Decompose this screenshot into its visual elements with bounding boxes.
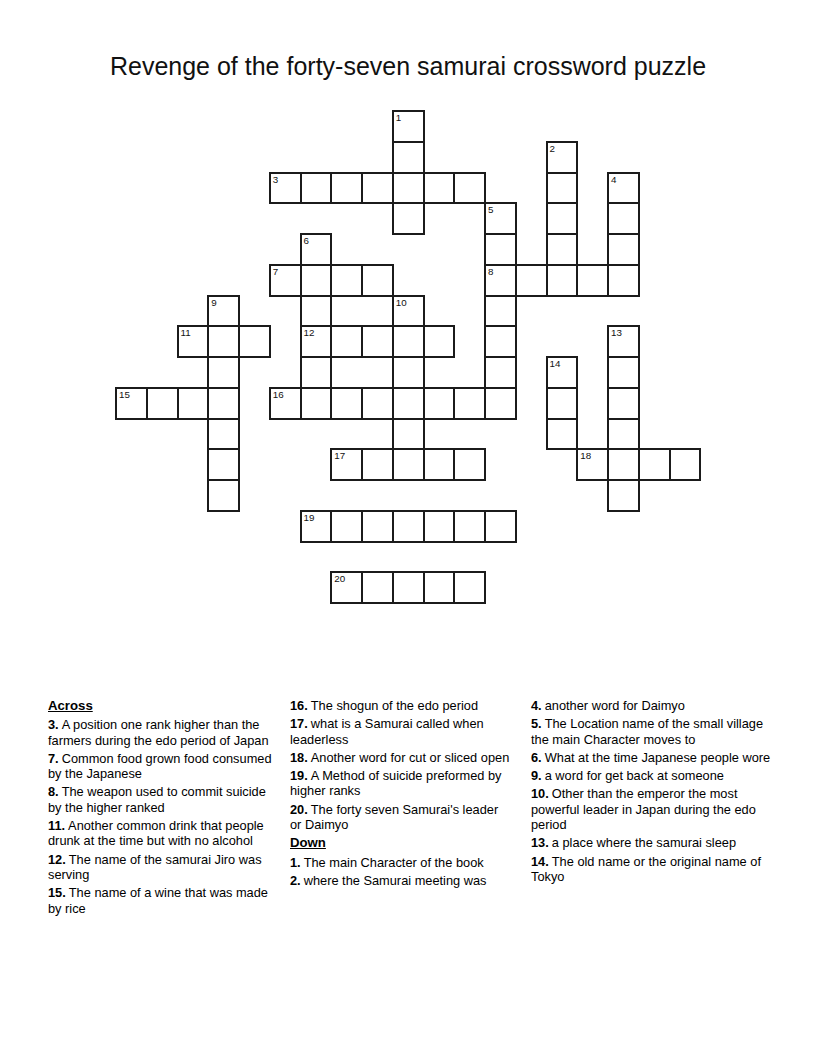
grid-cell-r15c11[interactable]: [453, 571, 486, 604]
cell-number-13: 13: [611, 327, 622, 338]
grid-cell-r12c16[interactable]: [607, 479, 640, 512]
grid-cell-r2c8[interactable]: [361, 172, 394, 205]
clue-number: 3.: [48, 717, 62, 732]
grid-cell-r2c5[interactable]: 3: [269, 172, 302, 205]
clue-column-3: 4.another word for Daimyo5.The Location …: [531, 698, 773, 887]
cell-number-14: 14: [550, 358, 561, 369]
cell-number-19: 19: [304, 512, 315, 523]
cell-number-2: 2: [550, 143, 555, 154]
grid-cell-r2c6[interactable]: [300, 172, 333, 205]
grid-cell-r7c3[interactable]: [207, 325, 240, 358]
clue-number: 13.: [531, 835, 552, 850]
grid-cell-r7c9[interactable]: [392, 325, 425, 358]
clue-text: a place where the samurai sleep: [552, 835, 736, 850]
clue-number: 2.: [290, 873, 304, 888]
clue-text: The name of the samurai Jiro was serving: [48, 852, 262, 882]
grid-cell-r6c12[interactable]: [484, 295, 517, 328]
clue-across-8: 8.The weapon used to commit suicide by t…: [48, 784, 274, 815]
grid-cell-r11c7[interactable]: 17: [330, 448, 363, 481]
clue-number: 12.: [48, 852, 69, 867]
clue-number: 9.: [531, 768, 545, 783]
clue-number: 6.: [531, 750, 545, 765]
grid-cell-r3c16[interactable]: [607, 202, 640, 235]
grid-cell-r8c12[interactable]: [484, 356, 517, 389]
grid-cell-r15c7[interactable]: 20: [330, 571, 363, 604]
clue-down-6: 6.What at the time Japanese people wore: [531, 750, 773, 765]
clue-text: A Method of suicide preformed by higher …: [290, 768, 501, 798]
cell-number-18: 18: [580, 450, 591, 461]
across-heading: Across: [48, 698, 274, 713]
clue-text: The Location name of the small village t…: [531, 716, 763, 746]
clue-text: a word for get back at someone: [545, 768, 724, 783]
grid-cell-r4c12[interactable]: [484, 233, 517, 266]
clue-text: where the Samurai meeting was: [304, 873, 487, 888]
clue-number: 11.: [48, 818, 68, 833]
grid-cell-r1c9[interactable]: [392, 141, 425, 174]
grid-cell-r7c8[interactable]: [361, 325, 394, 358]
grid-cell-r13c9[interactable]: [392, 510, 425, 543]
grid-cell-r9c2[interactable]: [177, 387, 210, 420]
clue-across-11: 11.Another common drink that people drun…: [48, 818, 274, 849]
clue-text: what is a Samurai called when leaderless: [290, 716, 484, 746]
grid-cell-r6c3[interactable]: 9: [207, 295, 240, 328]
grid-cell-r9c14[interactable]: [546, 387, 579, 420]
grid-cell-r8c16[interactable]: [607, 356, 640, 389]
grid-cell-r9c5[interactable]: 16: [269, 387, 302, 420]
grid-cell-r7c2[interactable]: 11: [177, 325, 210, 358]
clue-text: Another common drink that people drunk a…: [48, 818, 264, 848]
grid-cell-r9c0[interactable]: 15: [115, 387, 148, 420]
grid-cell-r2c16[interactable]: 4: [607, 172, 640, 205]
clue-text: The forty seven Samurai's leader or Daim…: [290, 802, 498, 832]
grid-cell-r11c18[interactable]: [669, 448, 702, 481]
grid-cell-r9c9[interactable]: [392, 387, 425, 420]
grid-cell-r11c16[interactable]: [607, 448, 640, 481]
clue-text: What at the time Japanese people wore: [545, 750, 771, 765]
grid-cell-r9c6[interactable]: [300, 387, 333, 420]
grid-cell-r5c7[interactable]: [330, 264, 363, 297]
clue-number: 16.: [290, 698, 311, 713]
grid-cell-r7c6[interactable]: 12: [300, 325, 333, 358]
clue-across-7: 7.Common food grown food consumed by the…: [48, 751, 274, 782]
clue-down-10: 10.Other than the emperor the most power…: [531, 786, 773, 832]
grid-cell-r9c16[interactable]: [607, 387, 640, 420]
clue-text: The weapon used to commit suicide by the…: [48, 784, 266, 814]
cell-number-6: 6: [304, 235, 309, 246]
grid-cell-r10c14[interactable]: [546, 418, 579, 451]
clue-across-19: 19.A Method of suicide preformed by high…: [290, 768, 512, 799]
clue-across-12: 12.The name of the samurai Jiro was serv…: [48, 852, 274, 883]
grid-cell-r4c16[interactable]: [607, 233, 640, 266]
grid-cell-r11c17[interactable]: [638, 448, 671, 481]
grid-cell-r4c6[interactable]: 6: [300, 233, 333, 266]
grid-cell-r11c11[interactable]: [453, 448, 486, 481]
grid-cell-r10c3[interactable]: [207, 418, 240, 451]
down-heading: Down: [290, 835, 512, 850]
grid-cell-r6c9[interactable]: 10: [392, 295, 425, 328]
grid-cell-r8c14[interactable]: 14: [546, 356, 579, 389]
clue-number: 20.: [290, 802, 311, 817]
grid-cell-r9c12[interactable]: [484, 387, 517, 420]
grid-cell-r3c12[interactable]: 5: [484, 202, 517, 235]
grid-cell-r5c5[interactable]: 7: [269, 264, 302, 297]
grid-cell-r13c8[interactable]: [361, 510, 394, 543]
grid-cell-r9c7[interactable]: [330, 387, 363, 420]
grid-cell-r7c16[interactable]: 13: [607, 325, 640, 358]
grid-cell-r11c8[interactable]: [361, 448, 394, 481]
grid-cell-r13c6[interactable]: 19: [300, 510, 333, 543]
grid-cell-r1c14[interactable]: 2: [546, 141, 579, 174]
grid-cell-r9c3[interactable]: [207, 387, 240, 420]
clue-number: 10.: [531, 786, 552, 801]
cell-number-4: 4: [611, 174, 616, 185]
cell-number-8: 8: [488, 266, 493, 277]
clue-number: 15.: [48, 885, 69, 900]
cell-number-12: 12: [304, 327, 315, 338]
grid-cell-r0c9[interactable]: 1: [392, 110, 425, 143]
clue-number: 5.: [531, 716, 545, 731]
cell-number-16: 16: [273, 389, 284, 400]
clue-text: The old name or the original name of Tok…: [531, 854, 761, 884]
crossword-worksheet-page: Revenge of the forty-seven samurai cross…: [0, 0, 816, 1056]
grid-cell-r15c8[interactable]: [361, 571, 394, 604]
clue-text: Common food grown food consumed by the J…: [48, 751, 272, 781]
grid-cell-r8c3[interactable]: [207, 356, 240, 389]
grid-cell-r15c10[interactable]: [423, 571, 456, 604]
grid-cell-r8c6[interactable]: [300, 356, 333, 389]
grid-cell-r5c15[interactable]: [576, 264, 609, 297]
grid-cell-r12c3[interactable]: [207, 479, 240, 512]
grid-cell-r11c9[interactable]: [392, 448, 425, 481]
grid-cell-r2c14[interactable]: [546, 172, 579, 205]
clue-number: 4.: [531, 698, 545, 713]
clue-number: 14.: [531, 854, 552, 869]
clue-text: another word for Daimyo: [545, 698, 685, 713]
grid-cell-r15c9[interactable]: [392, 571, 425, 604]
grid-cell-r13c7[interactable]: [330, 510, 363, 543]
grid-cell-r5c8[interactable]: [361, 264, 394, 297]
grid-cell-r11c10[interactable]: [423, 448, 456, 481]
clue-number: 1.: [290, 855, 304, 870]
clue-down-13: 13.a place where the samurai sleep: [531, 835, 773, 850]
grid-cell-r6c6[interactable]: [300, 295, 333, 328]
grid-cell-r10c16[interactable]: [607, 418, 640, 451]
clue-text: Other than the emperor the most powerful…: [531, 786, 756, 832]
cell-number-20: 20: [334, 573, 345, 584]
grid-cell-r5c13[interactable]: [515, 264, 548, 297]
grid-cell-r3c9[interactable]: [392, 202, 425, 235]
grid-cell-r7c12[interactable]: [484, 325, 517, 358]
grid-cell-r9c1[interactable]: [146, 387, 179, 420]
grid-cell-r13c10[interactable]: [423, 510, 456, 543]
cell-number-1: 1: [396, 112, 401, 123]
clue-across-18: 18.Another word for cut or sliced open: [290, 750, 512, 765]
grid-cell-r3c14[interactable]: [546, 202, 579, 235]
clue-column-2: 16.The shogun of the edo period17.what i…: [290, 698, 512, 891]
grid-cell-r2c10[interactable]: [423, 172, 456, 205]
clue-number: 7.: [48, 751, 62, 766]
clue-text: The shogun of the edo period: [311, 698, 478, 713]
cell-number-10: 10: [396, 297, 407, 308]
cell-number-17: 17: [334, 450, 345, 461]
cell-number-3: 3: [273, 174, 278, 185]
cell-number-9: 9: [211, 297, 216, 308]
grid-cell-r2c11[interactable]: [453, 172, 486, 205]
cell-number-7: 7: [273, 266, 278, 277]
clue-number: 18.: [290, 750, 311, 765]
clue-text: The main Character of the book: [304, 855, 484, 870]
grid-cell-r10c9[interactable]: [392, 418, 425, 451]
clue-down-2: 2.where the Samurai meeting was: [290, 873, 512, 888]
grid-cell-r5c12[interactable]: 8: [484, 264, 517, 297]
clue-across-16: 16.The shogun of the edo period: [290, 698, 512, 713]
grid-cell-r2c7[interactable]: [330, 172, 363, 205]
clue-down-1: 1.The main Character of the book: [290, 855, 512, 870]
clue-column-1: Across3.A position one rank higher than …: [48, 698, 274, 919]
grid-cell-r13c11[interactable]: [453, 510, 486, 543]
grid-cell-r7c4[interactable]: [238, 325, 271, 358]
clue-down-14: 14.The old name or the original name of …: [531, 854, 773, 885]
cell-number-15: 15: [119, 389, 130, 400]
clue-number: 17.: [290, 716, 311, 731]
grid-cell-r9c10[interactable]: [423, 387, 456, 420]
grid-cell-r4c14[interactable]: [546, 233, 579, 266]
grid-cell-r9c8[interactable]: [361, 387, 394, 420]
clue-across-3: 3.A position one rank higher than the fa…: [48, 717, 274, 748]
grid-cell-r7c7[interactable]: [330, 325, 363, 358]
grid-cell-r13c12[interactable]: [484, 510, 517, 543]
clue-text: Another word for cut or sliced open: [311, 750, 509, 765]
clue-across-15: 15.The name of a wine that was made by r…: [48, 885, 274, 916]
clue-across-20: 20.The forty seven Samurai's leader or D…: [290, 802, 512, 833]
clue-text: A position one rank higher than the farm…: [48, 717, 269, 747]
grid-cell-r5c16[interactable]: [607, 264, 640, 297]
clue-across-17: 17.what is a Samurai called when leaderl…: [290, 716, 512, 747]
grid-cell-r2c9[interactable]: [392, 172, 425, 205]
clue-number: 8.: [48, 784, 62, 799]
clue-text: The name of a wine that was made by rice: [48, 885, 268, 915]
grid-cell-r8c9[interactable]: [392, 356, 425, 389]
grid-cell-r11c3[interactable]: [207, 448, 240, 481]
grid-cell-r7c10[interactable]: [423, 325, 456, 358]
grid-cell-r9c11[interactable]: [453, 387, 486, 420]
grid-cell-r11c15[interactable]: 18: [576, 448, 609, 481]
cell-number-11: 11: [181, 327, 191, 338]
cell-number-5: 5: [488, 204, 493, 215]
clue-down-4: 4.another word for Daimyo: [531, 698, 773, 713]
puzzle-title: Revenge of the forty-seven samurai cross…: [0, 51, 816, 81]
clue-down-5: 5.The Location name of the small village…: [531, 716, 773, 747]
clue-down-9: 9.a word for get back at someone: [531, 768, 773, 783]
grid-cell-r5c14[interactable]: [546, 264, 579, 297]
grid-cell-r5c6[interactable]: [300, 264, 333, 297]
clue-number: 19.: [290, 768, 311, 783]
